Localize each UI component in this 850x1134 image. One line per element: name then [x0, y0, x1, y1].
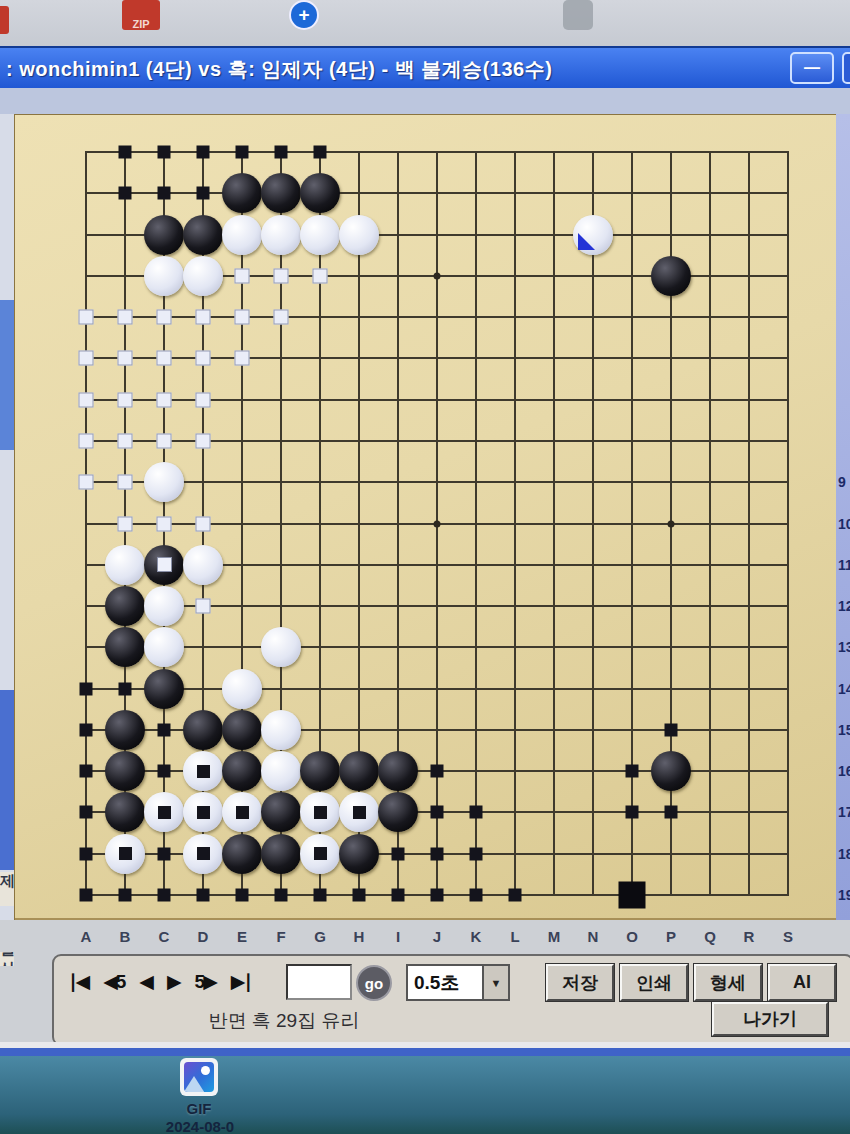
- window-substrip: [0, 88, 850, 115]
- black-territory-mark-E19: [236, 889, 249, 902]
- black-territory-mark-D1: [197, 146, 210, 159]
- white-territory-mark-A8: [79, 433, 94, 448]
- nav-button-3[interactable]: ▶: [167, 970, 180, 993]
- grid-line-vertical: [475, 151, 477, 896]
- row-label-16: 16: [838, 763, 850, 779]
- white-stone-C13: [144, 627, 184, 667]
- white-territory-mark-B8: [118, 433, 133, 448]
- black-stone-C3: [144, 215, 184, 255]
- dead-white-stone-D17: [183, 792, 223, 832]
- col-label-G: G: [314, 928, 326, 945]
- black-territory-mark-A17: [80, 806, 93, 819]
- col-label-S: S: [783, 928, 793, 945]
- black-stone-E2: [222, 173, 262, 213]
- black-stone-C14: [144, 669, 184, 709]
- window-title: : wonchimin1 (4단) vs 흑: 임제자 (4단) - 백 불계승…: [0, 56, 552, 83]
- nav-button-5[interactable]: ▶∣: [231, 970, 251, 993]
- grid-line-vertical: [709, 151, 711, 896]
- background-text-fragment: 제: [0, 872, 14, 906]
- row-label-17: 17: [838, 804, 850, 820]
- black-territory-mark-J19: [431, 889, 444, 902]
- photo-icon-mountain: [184, 1076, 208, 1092]
- white-stone-F13: [261, 627, 301, 667]
- dead-white-stone-H17: [339, 792, 379, 832]
- black-territory-mark-F1: [275, 146, 288, 159]
- white-territory-mark-A5: [79, 310, 94, 325]
- col-label-M: M: [548, 928, 561, 945]
- white-stone-C9: [144, 462, 184, 502]
- grid-line-horizontal: [85, 688, 789, 690]
- save-button[interactable]: 저장: [546, 964, 614, 1001]
- row-label-10: 10: [838, 516, 850, 532]
- black-territory-mark-A15: [80, 723, 93, 736]
- white-territory-mark-D8: [196, 433, 211, 448]
- col-label-E: E: [237, 928, 247, 945]
- grid-line-vertical: [748, 151, 750, 896]
- black-territory-mark-K18: [470, 847, 483, 860]
- white-stone-last-move-N3: [573, 215, 613, 255]
- black-territory-mark-D19: [197, 889, 210, 902]
- ai-button[interactable]: AI: [768, 964, 836, 1001]
- white-territory-mark-F5: [274, 310, 289, 325]
- white-territory-mark-A9: [79, 475, 94, 490]
- white-territory-mark-G4: [313, 268, 328, 283]
- col-label-K: K: [471, 928, 482, 945]
- white-territory-mark-B9: [118, 475, 133, 490]
- nav-button-1[interactable]: ◀5: [103, 970, 124, 993]
- black-territory-mark-L19: [509, 889, 522, 902]
- col-label-H: H: [354, 928, 365, 945]
- white-territory-mark-A7: [79, 392, 94, 407]
- white-territory-mark-B7: [118, 392, 133, 407]
- partial-window-button[interactable]: [842, 52, 850, 84]
- black-territory-mark-P15: [665, 723, 678, 736]
- black-stone-B15: [105, 710, 145, 750]
- black-stone-E18: [222, 834, 262, 874]
- black-territory-mark-J17: [431, 806, 444, 819]
- black-stone-D3: [183, 215, 223, 255]
- partial-desktop-icon[interactable]: [563, 0, 593, 30]
- black-territory-mark-D2: [197, 187, 210, 200]
- black-territory-mark-J18: [431, 847, 444, 860]
- left-blue-band-2: [0, 690, 14, 870]
- big-black-square-marker-O19: [619, 882, 646, 909]
- white-stone-H3: [339, 215, 379, 255]
- row-label-13: 13: [838, 639, 850, 655]
- col-label-C: C: [159, 928, 170, 945]
- black-territory-mark-I19: [392, 889, 405, 902]
- photo-icon-sun: [201, 1066, 210, 1075]
- plus-circle-icon[interactable]: +: [289, 0, 319, 30]
- col-label-F: F: [276, 928, 285, 945]
- black-stone-B12: [105, 586, 145, 626]
- col-label-A: A: [81, 928, 92, 945]
- black-stone-I16: [378, 751, 418, 791]
- black-stone-H16: [339, 751, 379, 791]
- black-stone-B17: [105, 792, 145, 832]
- territory-eval-button[interactable]: 형세: [694, 964, 762, 1001]
- white-stone-F3: [261, 215, 301, 255]
- white-territory-mark-F4: [274, 268, 289, 283]
- grid-line-horizontal: [85, 605, 789, 607]
- col-label-J: J: [433, 928, 441, 945]
- col-label-L: L: [510, 928, 519, 945]
- white-stone-G3: [300, 215, 340, 255]
- black-territory-mark-J16: [431, 765, 444, 778]
- minimize-button[interactable]: —: [790, 52, 834, 84]
- star-point: [668, 520, 675, 527]
- white-territory-mark-D5: [196, 310, 211, 325]
- black-stone-D15: [183, 710, 223, 750]
- nav-button-group: ∣◀◀5◀▶5▶▶∣: [68, 970, 251, 993]
- grid-line-vertical: [592, 151, 594, 896]
- black-territory-mark-O16: [626, 765, 639, 778]
- white-territory-mark-B5: [118, 310, 133, 325]
- col-label-Q: Q: [704, 928, 716, 945]
- white-territory-mark-A6: [79, 351, 94, 366]
- dead-white-stone-C17: [144, 792, 184, 832]
- row-label-15: 15: [838, 722, 850, 738]
- black-territory-mark-K19: [470, 889, 483, 902]
- black-territory-mark-O17: [626, 806, 639, 819]
- col-label-D: D: [198, 928, 209, 945]
- black-territory-mark-C2: [158, 187, 171, 200]
- black-territory-mark-B2: [119, 187, 132, 200]
- white-stone-F16: [261, 751, 301, 791]
- black-stone-F2: [261, 173, 301, 213]
- white-territory-mark-C7: [157, 392, 172, 407]
- white-stone-E14: [222, 669, 262, 709]
- move-number-input[interactable]: [286, 964, 352, 1000]
- row-label-9: 9: [838, 474, 846, 490]
- black-territory-mark-C19: [158, 889, 171, 902]
- partial-red-icon: [0, 6, 9, 34]
- white-territory-mark-E6: [235, 351, 250, 366]
- white-territory-mark-B6: [118, 351, 133, 366]
- dead-white-stone-E17: [222, 792, 262, 832]
- black-stone-H18: [339, 834, 379, 874]
- black-territory-mark-C1: [158, 146, 171, 159]
- black-territory-mark-F19: [275, 889, 288, 902]
- white-stone-D4: [183, 256, 223, 296]
- white-territory-mark-C8: [157, 433, 172, 448]
- col-label-N: N: [588, 928, 599, 945]
- black-stone-B16: [105, 751, 145, 791]
- white-territory-mark-D6: [196, 351, 211, 366]
- row-label-12: 12: [838, 598, 850, 614]
- black-stone-E16: [222, 751, 262, 791]
- black-territory-mark-E1: [236, 146, 249, 159]
- black-stone-E15: [222, 710, 262, 750]
- white-territory-mark-C5: [157, 310, 172, 325]
- go-board[interactable]: [14, 114, 836, 920]
- col-label-O: O: [626, 928, 638, 945]
- control-panel: ∣◀◀5◀▶5▶▶∣ go 0.5초 ▼ 저장 인쇄 형세 AI 반면 흑 29…: [52, 954, 850, 1046]
- white-stone-F15: [261, 710, 301, 750]
- black-territory-mark-A14: [80, 682, 93, 695]
- row-label-19: 19: [838, 887, 850, 903]
- white-stone-C12: [144, 586, 184, 626]
- photo-file-icon[interactable]: [180, 1058, 218, 1096]
- black-stone-F18: [261, 834, 301, 874]
- blue-border-line: [0, 1048, 850, 1056]
- col-label-B: B: [120, 928, 131, 945]
- dead-white-stone-D18: [183, 834, 223, 874]
- black-territory-mark-A19: [80, 889, 93, 902]
- black-territory-mark-G19: [314, 889, 327, 902]
- grid-line-vertical: [787, 151, 789, 896]
- white-stone-B11: [105, 545, 145, 585]
- black-territory-mark-C15: [158, 723, 171, 736]
- delay-selected-value: 0.5초: [408, 966, 482, 999]
- photo-icon-glyph: [184, 1062, 214, 1092]
- white-stone-D11: [183, 545, 223, 585]
- chevron-down-icon[interactable]: ▼: [482, 966, 508, 999]
- go-button[interactable]: go: [356, 965, 392, 1001]
- photo-file-date: 2024-08-0: [150, 1118, 250, 1134]
- dead-white-stone-G17: [300, 792, 340, 832]
- nav-button-4[interactable]: 5▶: [195, 970, 216, 993]
- row-label-18: 18: [838, 846, 850, 862]
- black-stone-P4: [651, 256, 691, 296]
- white-territory-mark-B10: [118, 516, 133, 531]
- evaluation-status-text: 반면 흑 29집 유리: [54, 1008, 514, 1034]
- black-stone-G2: [300, 173, 340, 213]
- black-territory-mark-I18: [392, 847, 405, 860]
- black-territory-mark-C18: [158, 847, 171, 860]
- black-territory-mark-A18: [80, 847, 93, 860]
- black-territory-mark-P17: [665, 806, 678, 819]
- black-stone-F17: [261, 792, 301, 832]
- nav-button-2[interactable]: ◀: [139, 970, 152, 993]
- dead-black-stone-C11: [144, 545, 184, 585]
- white-stone-C4: [144, 256, 184, 296]
- delay-dropdown[interactable]: 0.5초 ▼: [406, 964, 510, 1001]
- white-territory-mark-C6: [157, 351, 172, 366]
- black-territory-mark-G1: [314, 146, 327, 159]
- black-territory-mark-B14: [119, 682, 132, 695]
- grid-line-vertical: [514, 151, 516, 896]
- last-move-triangle-icon: [578, 233, 595, 250]
- row-label-11: 11: [838, 557, 850, 573]
- black-territory-mark-H19: [353, 889, 366, 902]
- col-label-I: I: [396, 928, 400, 945]
- grid-line-vertical: [631, 151, 633, 896]
- window-titlebar: : wonchimin1 (4단) vs 흑: 임제자 (4단) - 백 불계승…: [0, 46, 850, 90]
- black-stone-B13: [105, 627, 145, 667]
- white-territory-mark-C10: [157, 516, 172, 531]
- star-point: [434, 272, 441, 279]
- print-button[interactable]: 인쇄: [620, 964, 688, 1001]
- exit-button[interactable]: 나가기: [712, 1002, 828, 1036]
- black-territory-mark-C16: [158, 765, 171, 778]
- row-label-14: 14: [838, 681, 850, 697]
- photo-file-name: GIF: [180, 1100, 218, 1117]
- white-stone-E3: [222, 215, 262, 255]
- col-label-R: R: [744, 928, 755, 945]
- white-territory-mark-D10: [196, 516, 211, 531]
- white-territory-mark-D7: [196, 392, 211, 407]
- zip-file-icon[interactable]: ZIP: [122, 0, 160, 30]
- black-territory-mark-K17: [470, 806, 483, 819]
- black-stone-P16: [651, 751, 691, 791]
- black-territory-mark-A16: [80, 765, 93, 778]
- grid-line-horizontal: [85, 646, 789, 648]
- black-territory-mark-B1: [119, 146, 132, 159]
- white-territory-mark-E5: [235, 310, 250, 325]
- dead-white-stone-B18: [105, 834, 145, 874]
- nav-button-0[interactable]: ∣◀: [68, 970, 88, 993]
- col-label-P: P: [666, 928, 676, 945]
- left-blue-band: [0, 300, 14, 450]
- grid-line-vertical: [553, 151, 555, 896]
- black-stone-I17: [378, 792, 418, 832]
- dead-white-stone-D16: [183, 751, 223, 791]
- dead-white-stone-G18: [300, 834, 340, 874]
- white-territory-mark-D12: [196, 599, 211, 614]
- star-point: [434, 520, 441, 527]
- white-territory-mark-E4: [235, 268, 250, 283]
- black-territory-mark-B19: [119, 889, 132, 902]
- black-stone-G16: [300, 751, 340, 791]
- desktop-background: GIF 2024-08-0: [0, 1056, 850, 1134]
